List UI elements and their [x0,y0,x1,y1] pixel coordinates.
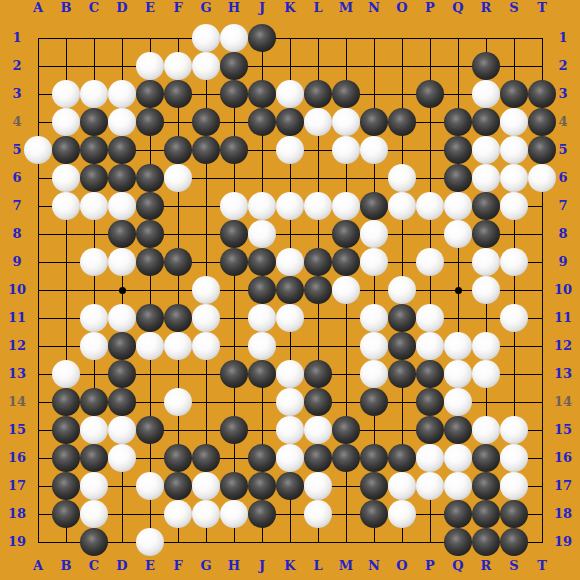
black-stone [444,416,472,444]
white-stone [444,192,472,220]
column-label-bottom: T [532,559,552,573]
column-label-top: P [420,1,440,15]
black-stone [304,388,332,416]
white-stone [500,416,528,444]
white-stone [108,192,136,220]
white-stone [472,360,500,388]
black-stone [248,248,276,276]
white-stone [500,108,528,136]
row-label-right: 18 [551,507,575,521]
white-stone [80,248,108,276]
white-stone [220,500,248,528]
black-stone [80,136,108,164]
white-stone [108,416,136,444]
column-label-top: C [84,1,104,15]
white-stone [304,192,332,220]
white-stone [52,192,80,220]
row-label-right: 12 [551,339,575,353]
white-stone [472,136,500,164]
black-stone [80,528,108,556]
black-stone [52,444,80,472]
white-stone [192,52,220,80]
column-label-bottom: O [392,559,412,573]
row-label-left: 11 [5,311,29,325]
white-stone [164,500,192,528]
black-stone [528,136,556,164]
white-stone [444,360,472,388]
black-stone [332,220,360,248]
black-stone [500,80,528,108]
column-label-top: O [392,1,412,15]
row-label-left: 16 [5,451,29,465]
black-stone [472,444,500,472]
black-stone [248,24,276,52]
black-stone [472,220,500,248]
black-stone [108,136,136,164]
white-stone [164,332,192,360]
row-label-right: 2 [551,59,575,73]
white-stone [304,500,332,528]
black-stone [472,528,500,556]
column-label-top: F [168,1,188,15]
column-label-top: J [252,1,272,15]
column-label-bottom: N [364,559,384,573]
black-stone [332,80,360,108]
black-stone [416,360,444,388]
column-label-top: K [280,1,300,15]
column-label-bottom: K [280,559,300,573]
black-stone [472,108,500,136]
column-label-top: R [476,1,496,15]
black-stone [416,80,444,108]
white-stone [472,248,500,276]
black-stone [444,136,472,164]
column-label-bottom: M [336,559,356,573]
black-stone [248,276,276,304]
white-stone [416,472,444,500]
white-stone [136,528,164,556]
row-label-left: 14 [5,395,29,409]
white-stone [304,472,332,500]
white-stone [388,192,416,220]
star-point [119,287,126,294]
black-stone [108,360,136,388]
black-stone [472,192,500,220]
black-stone [80,444,108,472]
column-label-bottom: F [168,559,188,573]
black-stone [360,388,388,416]
row-label-right: 17 [551,479,575,493]
white-stone [276,444,304,472]
white-stone [276,416,304,444]
white-stone [332,136,360,164]
black-stone [360,444,388,472]
black-stone [108,388,136,416]
black-stone [360,108,388,136]
black-stone [164,304,192,332]
black-stone [136,248,164,276]
row-label-right: 9 [551,255,575,269]
white-stone [52,80,80,108]
black-stone [108,164,136,192]
row-label-left: 2 [5,59,29,73]
black-stone [136,164,164,192]
black-stone [416,416,444,444]
black-stone [360,192,388,220]
black-stone [388,332,416,360]
star-point [455,287,462,294]
black-stone [164,136,192,164]
column-label-top: E [140,1,160,15]
white-stone [80,500,108,528]
white-stone [388,472,416,500]
black-stone [332,416,360,444]
white-stone [332,192,360,220]
white-stone [52,360,80,388]
column-label-top: N [364,1,384,15]
black-stone [444,164,472,192]
black-stone [136,304,164,332]
column-label-bottom: J [252,559,272,573]
white-stone [276,248,304,276]
white-stone [444,220,472,248]
row-label-right: 13 [551,367,575,381]
white-stone [500,192,528,220]
black-stone [52,472,80,500]
white-stone [444,332,472,360]
row-label-left: 15 [5,423,29,437]
black-stone [220,360,248,388]
white-stone [108,108,136,136]
white-stone [136,332,164,360]
white-stone [276,80,304,108]
white-stone [416,248,444,276]
black-stone [220,416,248,444]
white-stone [80,332,108,360]
white-stone [164,164,192,192]
white-stone [332,276,360,304]
white-stone [416,304,444,332]
row-label-left: 1 [5,31,29,45]
white-stone [360,248,388,276]
row-label-left: 8 [5,227,29,241]
black-stone [304,360,332,388]
black-stone [388,360,416,388]
black-stone [136,220,164,248]
black-stone [444,528,472,556]
black-stone [164,472,192,500]
white-stone [248,192,276,220]
black-stone [80,164,108,192]
column-label-top: M [336,1,356,15]
white-stone [192,472,220,500]
black-stone [276,472,304,500]
column-label-top: L [308,1,328,15]
black-stone [52,388,80,416]
white-stone [416,332,444,360]
column-label-top: T [532,1,552,15]
black-stone [472,472,500,500]
column-label-bottom: S [504,559,524,573]
row-label-left: 19 [5,535,29,549]
white-stone [108,304,136,332]
black-stone [52,136,80,164]
white-stone [388,164,416,192]
white-stone [276,360,304,388]
white-stone [472,80,500,108]
black-stone [304,276,332,304]
white-stone [472,332,500,360]
white-stone [220,192,248,220]
black-stone [52,500,80,528]
white-stone [416,192,444,220]
white-stone [444,472,472,500]
black-stone [192,444,220,472]
black-stone [276,276,304,304]
black-stone [220,220,248,248]
black-stone [248,360,276,388]
white-stone [332,108,360,136]
white-stone [108,444,136,472]
white-stone [248,332,276,360]
white-stone [52,164,80,192]
white-stone [276,388,304,416]
column-label-bottom: E [140,559,160,573]
row-label-left: 7 [5,199,29,213]
black-stone [192,136,220,164]
white-stone [192,304,220,332]
black-stone [164,248,192,276]
column-label-bottom: Q [448,559,468,573]
white-stone [500,444,528,472]
white-stone [500,304,528,332]
white-stone [360,360,388,388]
white-stone [360,136,388,164]
row-label-left: 9 [5,255,29,269]
white-stone [80,472,108,500]
black-stone [136,80,164,108]
black-stone [80,108,108,136]
black-stone [108,220,136,248]
black-stone [500,500,528,528]
white-stone [24,136,52,164]
row-label-right: 14 [551,395,575,409]
white-stone [248,220,276,248]
black-stone [388,444,416,472]
black-stone [360,472,388,500]
row-label-right: 7 [551,199,575,213]
column-label-top: D [112,1,132,15]
black-stone [332,444,360,472]
white-stone [164,52,192,80]
black-stone [164,80,192,108]
row-label-left: 18 [5,507,29,521]
white-stone [472,416,500,444]
black-stone [304,248,332,276]
white-stone [192,276,220,304]
column-label-top: G [196,1,216,15]
row-label-right: 15 [551,423,575,437]
white-stone [304,108,332,136]
white-stone [80,304,108,332]
white-stone [360,304,388,332]
column-label-bottom: R [476,559,496,573]
white-stone [304,416,332,444]
white-stone [500,248,528,276]
black-stone [416,388,444,416]
black-stone [444,108,472,136]
black-stone [220,136,248,164]
black-stone [304,80,332,108]
white-stone [360,220,388,248]
white-stone [472,164,500,192]
black-stone [472,500,500,528]
black-stone [248,500,276,528]
black-stone [220,472,248,500]
column-label-bottom: H [224,559,244,573]
white-stone [80,192,108,220]
white-stone [136,472,164,500]
column-label-bottom: C [84,559,104,573]
column-label-top: S [504,1,524,15]
black-stone [192,108,220,136]
white-stone [108,80,136,108]
white-stone [500,472,528,500]
black-stone [528,108,556,136]
column-label-bottom: G [196,559,216,573]
white-stone [164,388,192,416]
row-label-right: 16 [551,451,575,465]
black-stone [136,108,164,136]
row-label-left: 3 [5,87,29,101]
row-label-left: 4 [5,115,29,129]
white-stone [80,80,108,108]
white-stone [388,500,416,528]
white-stone [220,24,248,52]
white-stone [192,332,220,360]
white-stone [276,192,304,220]
white-stone [388,276,416,304]
white-stone [360,332,388,360]
white-stone [416,444,444,472]
column-label-top: B [56,1,76,15]
row-label-left: 13 [5,367,29,381]
row-label-left: 6 [5,171,29,185]
row-label-right: 19 [551,535,575,549]
white-stone [192,24,220,52]
white-stone [472,276,500,304]
row-label-right: 8 [551,227,575,241]
column-label-bottom: A [28,559,48,573]
white-stone [108,248,136,276]
row-label-left: 12 [5,339,29,353]
black-stone [500,528,528,556]
black-stone [164,444,192,472]
go-board[interactable]: AABBCCDDEEFFGGHHJJKKLLMMNNOOPPQQRRSSTT11… [0,0,580,580]
white-stone [248,304,276,332]
black-stone [220,80,248,108]
black-stone [136,416,164,444]
black-stone [472,52,500,80]
white-stone [276,304,304,332]
column-label-bottom: L [308,559,328,573]
black-stone [52,416,80,444]
black-stone [248,80,276,108]
row-label-left: 10 [5,283,29,297]
black-stone [108,332,136,360]
white-stone [276,136,304,164]
black-stone [80,388,108,416]
black-stone [304,444,332,472]
black-stone [248,472,276,500]
black-stone [248,108,276,136]
black-stone [136,192,164,220]
white-stone [500,136,528,164]
white-stone [444,444,472,472]
white-stone [52,108,80,136]
black-stone [444,500,472,528]
column-label-top: A [28,1,48,15]
row-label-right: 11 [551,311,575,325]
row-label-left: 17 [5,479,29,493]
white-stone [192,500,220,528]
row-label-right: 10 [551,283,575,297]
white-stone [80,416,108,444]
white-stone [136,52,164,80]
black-stone [360,500,388,528]
black-stone [528,80,556,108]
black-stone [248,444,276,472]
black-stone [332,248,360,276]
white-stone [528,164,556,192]
column-label-bottom: P [420,559,440,573]
column-label-bottom: B [56,559,76,573]
column-label-top: H [224,1,244,15]
column-label-bottom: D [112,559,132,573]
white-stone [444,388,472,416]
column-label-top: Q [448,1,468,15]
row-label-right: 1 [551,31,575,45]
black-stone [388,304,416,332]
black-stone [220,52,248,80]
white-stone [500,164,528,192]
black-stone [388,108,416,136]
black-stone [276,108,304,136]
black-stone [220,248,248,276]
